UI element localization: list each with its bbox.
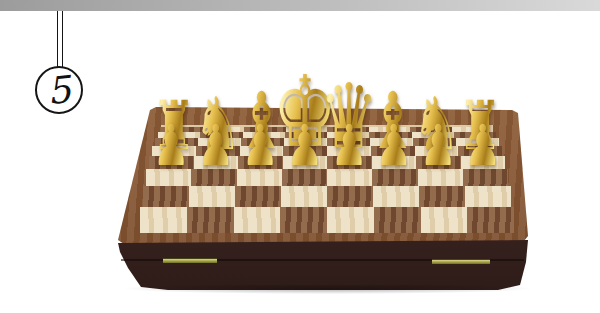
chess-piece-p: ♟ — [417, 117, 459, 174]
chess-piece-p: ♟ — [195, 117, 237, 174]
board-square — [327, 207, 374, 233]
board-square — [467, 207, 514, 233]
brass-hinge-left — [163, 258, 217, 263]
item-number: 5 — [45, 68, 73, 114]
box-drop-shadow — [126, 285, 530, 294]
chess-piece-p: ♟ — [150, 117, 192, 174]
board-square — [235, 186, 281, 207]
brass-hinge-right — [432, 259, 490, 264]
board-square — [281, 186, 327, 207]
board-square — [465, 186, 511, 207]
chess-piece-p: ♟ — [328, 117, 370, 174]
board-rank — [143, 186, 511, 207]
chess-piece-p: ♟ — [284, 117, 326, 174]
board-square — [189, 186, 235, 207]
board-square — [234, 207, 281, 233]
callout-pointer-line — [57, 11, 63, 68]
chess-piece-p: ♟ — [373, 117, 415, 174]
board-square — [327, 186, 373, 207]
chess-piece-p: ♟ — [462, 117, 504, 174]
chess-piece-p: ♟ — [239, 117, 281, 174]
board-square — [374, 207, 421, 233]
board-square — [280, 207, 327, 233]
item-number-badge: 5 — [35, 66, 83, 114]
board-rank — [140, 207, 514, 233]
board-square — [143, 186, 189, 207]
board-square — [373, 186, 419, 207]
board-square — [187, 207, 234, 233]
top-gradient-bar — [0, 0, 600, 11]
product-photo-stage: 5 ♜♞♝♚♛♝♞♜♟♟♟♟♟♟♟♟ — [0, 0, 600, 313]
board-square — [140, 207, 187, 233]
board-square — [421, 207, 468, 233]
board-square — [419, 186, 465, 207]
